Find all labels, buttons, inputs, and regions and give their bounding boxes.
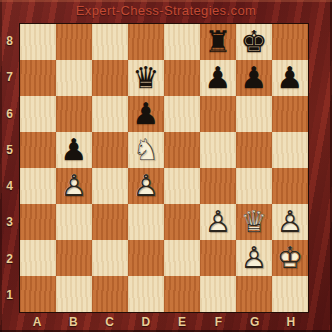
piece-glyph-layer: ♜ xyxy=(200,24,236,60)
piece-outline-layer: ♘ xyxy=(128,132,164,168)
square-b7 xyxy=(56,60,92,96)
square-c8 xyxy=(92,24,128,60)
square-a7 xyxy=(20,60,56,96)
rank-label-1: 1 xyxy=(0,277,19,313)
square-e3 xyxy=(164,204,200,240)
piece-outline-layer: ♔ xyxy=(272,240,308,276)
square-a2 xyxy=(20,240,56,276)
square-g2: ♟♙ xyxy=(236,240,272,276)
piece-outline-layer: ♕ xyxy=(236,204,272,240)
square-b2 xyxy=(56,240,92,276)
square-h2: ♚♔ xyxy=(272,240,308,276)
file-label-h: H xyxy=(273,312,309,331)
square-f1 xyxy=(200,276,236,312)
square-e8 xyxy=(164,24,200,60)
square-b1 xyxy=(56,276,92,312)
square-d8 xyxy=(128,24,164,60)
file-label-a: A xyxy=(19,312,55,331)
piece-glyph-layer: ♟ xyxy=(200,60,236,96)
piece-outline-layer: ♙ xyxy=(56,168,92,204)
rank-label-7: 7 xyxy=(0,59,19,95)
square-c5 xyxy=(92,132,128,168)
piece-glyph-layer: ♟ xyxy=(56,132,92,168)
square-e1 xyxy=(164,276,200,312)
piece-glyph-layer: ♚ xyxy=(236,24,272,60)
square-g4 xyxy=(236,168,272,204)
square-e7 xyxy=(164,60,200,96)
white-pawn-g2: ♟♙ xyxy=(236,240,272,276)
square-g8: ♚ xyxy=(236,24,272,60)
square-c1 xyxy=(92,276,128,312)
file-label-b: B xyxy=(55,312,91,331)
square-c3 xyxy=(92,204,128,240)
piece-glyph-layer: ♟ xyxy=(128,96,164,132)
rank-labels: 87654321 xyxy=(0,23,19,313)
square-a3 xyxy=(20,204,56,240)
square-h7: ♟ xyxy=(272,60,308,96)
square-d7: ♛ xyxy=(128,60,164,96)
board-frame: Expert-Chess-Strategies.com 87654321 ♜♚♛… xyxy=(0,0,332,332)
square-f7: ♟ xyxy=(200,60,236,96)
white-pawn-h3: ♟♙ xyxy=(272,204,308,240)
square-a4 xyxy=(20,168,56,204)
piece-outline-layer: ♙ xyxy=(200,204,236,240)
square-d3 xyxy=(128,204,164,240)
square-a6 xyxy=(20,96,56,132)
square-a8 xyxy=(20,24,56,60)
chess-board: ♜♚♛♟♟♟♟♟♞♘♟♙♟♙♟♙♛♕♟♙♟♙♚♔ xyxy=(19,23,309,313)
black-king-g8: ♚ xyxy=(236,24,272,60)
black-pawn-b5: ♟ xyxy=(56,132,92,168)
rank-label-4: 4 xyxy=(0,168,19,204)
square-h5 xyxy=(272,132,308,168)
rank-label-5: 5 xyxy=(0,132,19,168)
white-knight-d5: ♞♘ xyxy=(128,132,164,168)
square-h3: ♟♙ xyxy=(272,204,308,240)
black-rook-f8: ♜ xyxy=(200,24,236,60)
piece-outline-layer: ♙ xyxy=(128,168,164,204)
rank-label-8: 8 xyxy=(0,23,19,59)
white-queen-g3: ♛♕ xyxy=(236,204,272,240)
square-d1 xyxy=(128,276,164,312)
square-b5: ♟ xyxy=(56,132,92,168)
square-d4: ♟♙ xyxy=(128,168,164,204)
square-g1 xyxy=(236,276,272,312)
square-e6 xyxy=(164,96,200,132)
square-f8: ♜ xyxy=(200,24,236,60)
piece-glyph-layer: ♟ xyxy=(236,60,272,96)
piece-outline-layer: ♙ xyxy=(272,204,308,240)
square-f6 xyxy=(200,96,236,132)
square-a5 xyxy=(20,132,56,168)
square-c4 xyxy=(92,168,128,204)
piece-glyph-layer: ♛ xyxy=(128,60,164,96)
piece-outline-layer: ♙ xyxy=(236,240,272,276)
square-g7: ♟ xyxy=(236,60,272,96)
black-pawn-d6: ♟ xyxy=(128,96,164,132)
square-d2 xyxy=(128,240,164,276)
white-pawn-b4: ♟♙ xyxy=(56,168,92,204)
file-label-f: F xyxy=(200,312,236,331)
white-king-h2: ♚♔ xyxy=(272,240,308,276)
square-e5 xyxy=(164,132,200,168)
square-g3: ♛♕ xyxy=(236,204,272,240)
square-f4 xyxy=(200,168,236,204)
square-h4 xyxy=(272,168,308,204)
file-labels: ABCDEFGH xyxy=(19,312,309,331)
square-e4 xyxy=(164,168,200,204)
rank-label-3: 3 xyxy=(0,204,19,240)
square-a1 xyxy=(20,276,56,312)
white-pawn-d4: ♟♙ xyxy=(128,168,164,204)
piece-glyph-layer: ♟ xyxy=(272,60,308,96)
square-b4: ♟♙ xyxy=(56,168,92,204)
black-pawn-g7: ♟ xyxy=(236,60,272,96)
file-label-g: G xyxy=(237,312,273,331)
square-d6: ♟ xyxy=(128,96,164,132)
square-g5 xyxy=(236,132,272,168)
square-c2 xyxy=(92,240,128,276)
square-b3 xyxy=(56,204,92,240)
file-label-d: D xyxy=(128,312,164,331)
black-queen-d7: ♛ xyxy=(128,60,164,96)
black-pawn-f7: ♟ xyxy=(200,60,236,96)
square-f5 xyxy=(200,132,236,168)
square-h1 xyxy=(272,276,308,312)
rank-label-2: 2 xyxy=(0,241,19,277)
square-c6 xyxy=(92,96,128,132)
black-pawn-h7: ♟ xyxy=(272,60,308,96)
square-f2 xyxy=(200,240,236,276)
site-title: Expert-Chess-Strategies.com xyxy=(0,3,332,18)
square-h6 xyxy=(272,96,308,132)
file-label-c: C xyxy=(92,312,128,331)
square-b8 xyxy=(56,24,92,60)
square-f3: ♟♙ xyxy=(200,204,236,240)
square-h8 xyxy=(272,24,308,60)
white-pawn-f3: ♟♙ xyxy=(200,204,236,240)
square-c7 xyxy=(92,60,128,96)
square-g6 xyxy=(236,96,272,132)
square-e2 xyxy=(164,240,200,276)
rank-label-6: 6 xyxy=(0,96,19,132)
square-d5: ♞♘ xyxy=(128,132,164,168)
square-b6 xyxy=(56,96,92,132)
file-label-e: E xyxy=(164,312,200,331)
